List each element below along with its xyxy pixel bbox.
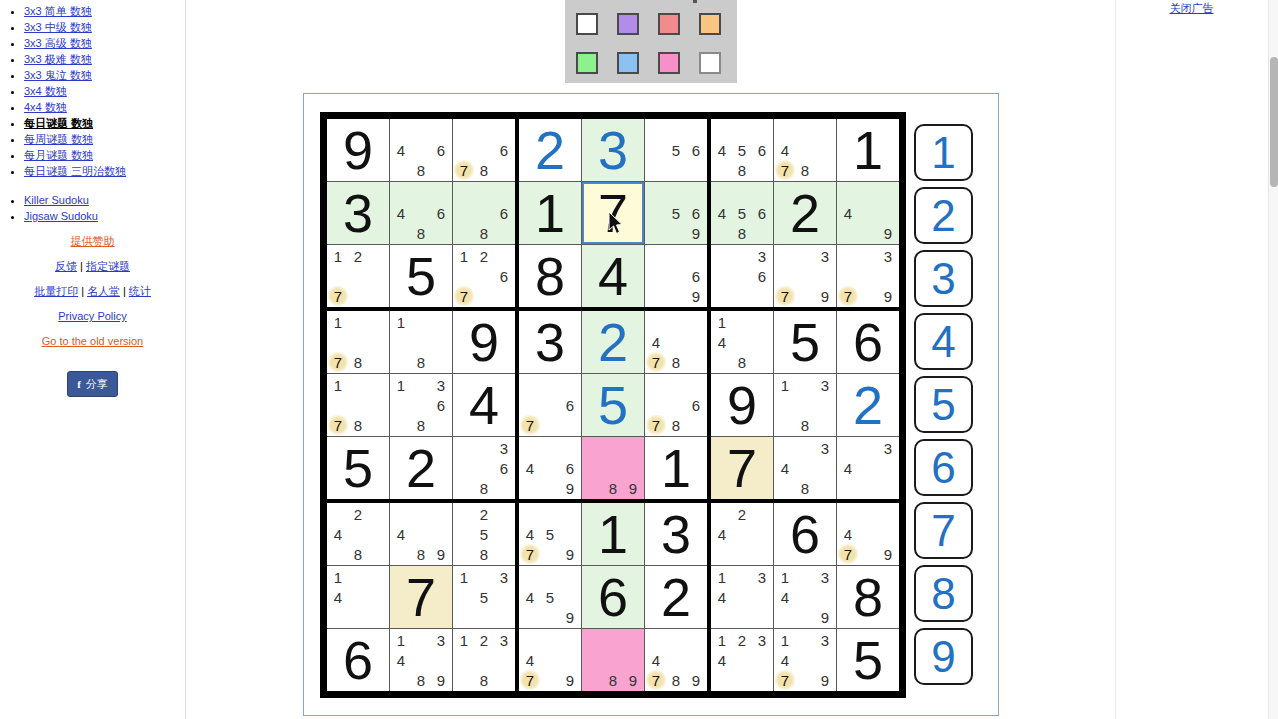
pencil-mark-9: 9 [431, 670, 451, 690]
pencil-mark-9: 9 [560, 607, 580, 627]
pencil-mark-4: 4 [838, 203, 858, 223]
cell-r1c7[interactable]: 4568 [711, 119, 773, 181]
separator: | [123, 285, 126, 297]
cell-r7c3[interactable]: 258 [453, 503, 515, 565]
digit-button-2[interactable]: 2 [914, 187, 973, 244]
pencil-mark-7: 7 [775, 160, 795, 180]
cell-value: 8 [853, 566, 883, 628]
pencil-mark-4: 4 [712, 650, 732, 670]
cell-r7c7[interactable]: 24 [711, 503, 773, 565]
batch-print-link[interactable]: 批量打印 [34, 285, 78, 297]
cell-r4c6[interactable]: 478 [645, 311, 707, 373]
pencil-mark-6: 6 [686, 266, 706, 286]
facebook-share-button[interactable]: f分享 [67, 371, 118, 397]
pencil-marks: 489 [391, 504, 451, 564]
sidebar-link-weekly[interactable]: 每周谜题 数独 [24, 133, 93, 145]
pencil-mark-1: 1 [454, 567, 474, 587]
cell-r5c4[interactable]: 67 [519, 374, 581, 436]
cell-r7c4[interactable]: 4579 [519, 503, 581, 565]
hall-of-fame-link[interactable]: 名人堂 [87, 285, 120, 297]
cell-r3c5[interactable]: 4 [582, 245, 644, 307]
cell-r2c4[interactable]: 1 [519, 182, 581, 244]
color-swatch-white[interactable] [576, 13, 598, 35]
pencil-mark-4: 4 [391, 650, 411, 670]
pencil-marks: 478 [775, 120, 835, 180]
sidebar-item: 4x4 数独 [24, 99, 185, 115]
pencil-mark-1: 1 [391, 312, 411, 332]
cell-r3c7[interactable]: 36 [711, 245, 773, 307]
pencil-mark-2: 2 [348, 504, 368, 524]
stats-link[interactable]: 统计 [129, 285, 151, 297]
sidebar-link-jigsaw[interactable]: Jigsaw Sudoku [24, 210, 98, 222]
pencil-mark-8: 8 [732, 223, 752, 243]
pencil-mark-1: 1 [328, 246, 348, 266]
cell-r4c1[interactable]: 178 [327, 311, 389, 373]
cell-value: 3 [598, 119, 628, 181]
digit-button-8[interactable]: 8 [914, 565, 973, 622]
cell-r1c1[interactable]: 9 [327, 119, 389, 181]
scrollbar-track[interactable] [1268, 0, 1278, 719]
separator: | [81, 285, 84, 297]
facebook-icon: f [77, 378, 81, 390]
cell-r2c7[interactable]: 4568 [711, 182, 773, 244]
pencil-mark-4: 4 [712, 140, 732, 160]
cell-r5c7[interactable]: 9 [711, 374, 773, 436]
cell-r9c6[interactable]: 4789 [645, 629, 707, 691]
box-6: 1485691382734834 [709, 309, 901, 501]
pencil-mark-4: 4 [646, 650, 666, 670]
pencil-mark-9: 9 [815, 670, 835, 690]
box-3: 45684781456824936379379 [709, 117, 901, 309]
color-palette [576, 13, 721, 74]
pencil-marks: 178 [328, 375, 388, 435]
cell-r3c2[interactable]: 5 [390, 245, 452, 307]
cell-value: 1 [535, 182, 565, 244]
pencil-mark-9: 9 [560, 544, 580, 564]
pencil-mark-3: 3 [815, 630, 835, 650]
cell-r1c5[interactable]: 3 [582, 119, 644, 181]
pencil-marks: 379 [838, 246, 898, 306]
pencil-mark-7: 7 [646, 670, 666, 690]
scrollbar-thumb[interactable] [1270, 57, 1278, 187]
cell-value: 6 [598, 566, 628, 628]
pencil-mark-8: 8 [411, 160, 431, 180]
pencil-mark-8: 8 [474, 544, 494, 564]
pencil-mark-9: 9 [560, 670, 580, 690]
cell-r2c3[interactable]: 68 [453, 182, 515, 244]
color-swatch-purple[interactable] [617, 13, 639, 35]
pencil-mark-7: 7 [838, 544, 858, 564]
cell-value: 3 [535, 311, 565, 373]
pencil-mark-8: 8 [666, 352, 686, 372]
cell-r4c9[interactable]: 6 [837, 311, 899, 373]
pencil-marks: 36 [712, 246, 772, 306]
cell-value: 2 [790, 182, 820, 244]
color-swatch-orange[interactable] [699, 13, 721, 35]
pencil-mark-4: 4 [391, 524, 411, 544]
pencil-marks: 14 [328, 567, 388, 627]
pencil-mark-9: 9 [878, 286, 898, 306]
pencil-mark-4: 4 [520, 458, 540, 478]
pencil-marks: 127 [328, 246, 388, 306]
cell-r9c8[interactable]: 13479 [774, 629, 836, 691]
sidebar-item: 3x4 数独 [24, 83, 185, 99]
digit-button-9[interactable]: 9 [914, 628, 973, 685]
sponsor-row: 提供赞助 [0, 233, 185, 249]
cell-value: 3 [661, 503, 691, 565]
cell-r5c8[interactable]: 138 [774, 374, 836, 436]
sponsor-link[interactable]: 提供赞助 [71, 235, 115, 247]
cell-r6c9[interactable]: 34 [837, 437, 899, 499]
color-swatch-red[interactable] [658, 13, 680, 35]
cell-r6c8[interactable]: 348 [774, 437, 836, 499]
pencil-mark-3: 3 [752, 630, 772, 650]
share-row: f分享 [0, 358, 185, 397]
sidebar-link-daily-sandwich[interactable]: 每日谜题 三明治数独 [24, 165, 126, 177]
pencil-mark-7: 7 [520, 670, 540, 690]
pencil-marks: 678 [454, 120, 514, 180]
pencil-mark-9: 9 [686, 223, 706, 243]
pencil-mark-8: 8 [603, 478, 623, 498]
box-2: 2356175698469 [517, 117, 709, 309]
cell-r6c5[interactable]: 89 [582, 437, 644, 499]
sidebar-link-3x4[interactable]: 3x4 数独 [24, 85, 67, 97]
cell-r8c2[interactable]: 7 [390, 566, 452, 628]
pencil-mark-3: 3 [815, 375, 835, 395]
pencil-marks: 348 [775, 438, 835, 498]
cell-r1c2[interactable]: 468 [390, 119, 452, 181]
pencil-mark-5: 5 [732, 140, 752, 160]
cell-r9c3[interactable]: 1238 [453, 629, 515, 691]
pencil-mark-2: 2 [474, 504, 494, 524]
sidebar-link-killer[interactable]: Killer Sudoku [24, 194, 89, 206]
pencil-mark-8: 8 [795, 478, 815, 498]
pencil-mark-8: 8 [411, 352, 431, 372]
pencil-mark-6: 6 [494, 140, 514, 160]
pencil-mark-6: 6 [431, 203, 451, 223]
digit-button-4[interactable]: 4 [914, 313, 973, 370]
sidebar-link-monthly[interactable]: 每月谜题 数独 [24, 149, 93, 161]
pencil-mark-1: 1 [328, 375, 348, 395]
pencil-mark-8: 8 [666, 415, 686, 435]
digit-button-6[interactable]: 6 [914, 439, 973, 496]
cell-r8c8[interactable]: 1349 [774, 566, 836, 628]
cell-r4c5[interactable]: 2 [582, 311, 644, 373]
cell-r8c7[interactable]: 134 [711, 566, 773, 628]
pencil-mark-4: 4 [646, 332, 666, 352]
box-5: 32478675678469891 [517, 309, 709, 501]
privacy-policy-link[interactable]: Privacy Policy [58, 310, 126, 322]
pencil-mark-2: 2 [474, 246, 494, 266]
sidebar-item: 3x3 高级 数独 [24, 35, 185, 51]
cell-r7c9[interactable]: 479 [837, 503, 899, 565]
pencil-marks: 69 [646, 246, 706, 306]
sidebar-item: Killer Sudoku [24, 192, 185, 208]
pencil-mark-6: 6 [494, 266, 514, 286]
cell-value: 9 [727, 374, 757, 436]
cell-r7c8[interactable]: 6 [774, 503, 836, 565]
digit-button-1[interactable]: 1 [914, 124, 973, 181]
pencil-marks: 1238 [454, 630, 514, 690]
cell-value: 4 [469, 374, 499, 436]
cell-r9c5[interactable]: 89 [582, 629, 644, 691]
pencil-mark-5: 5 [540, 587, 560, 607]
cell-r7c2[interactable]: 489 [390, 503, 452, 565]
color-swatch-green[interactable] [576, 52, 598, 74]
pencil-marks: 1349 [775, 567, 835, 627]
cell-r3c6[interactable]: 69 [645, 245, 707, 307]
cell-value: 5 [343, 437, 373, 499]
pencil-mark-8: 8 [474, 670, 494, 690]
cell-r1c9[interactable]: 1 [837, 119, 899, 181]
pencil-mark-9: 9 [815, 607, 835, 627]
pencil-mark-3: 3 [815, 567, 835, 587]
cell-r8c6[interactable]: 2 [645, 566, 707, 628]
close-ad-link[interactable]: 关闭广告 [1170, 2, 1214, 14]
pencil-mark-4: 4 [775, 140, 795, 160]
cell-r8c9[interactable]: 8 [837, 566, 899, 628]
pencil-mark-4: 4 [520, 524, 540, 544]
sudoku-board: 9468678346868127512672356175698469456847… [320, 112, 906, 698]
cell-r8c3[interactable]: 135 [453, 566, 515, 628]
cell-r5c1[interactable]: 178 [327, 374, 389, 436]
pencil-marks: 56 [646, 120, 706, 180]
digit-button-5[interactable]: 5 [914, 376, 973, 433]
digit-button-7[interactable]: 7 [914, 502, 973, 559]
cell-r2c6[interactable]: 569 [645, 182, 707, 244]
feedback-link[interactable]: 反馈 [55, 260, 77, 272]
privacy-row: Privacy Policy [0, 308, 185, 324]
cell-r2c1[interactable]: 3 [327, 182, 389, 244]
pencil-marks: 13479 [775, 630, 835, 690]
pencil-mark-3: 3 [494, 630, 514, 650]
pencil-mark-3: 3 [431, 630, 451, 650]
old-version-link[interactable]: Go to the old version [42, 335, 144, 347]
pencil-mark-4: 4 [712, 332, 732, 352]
pencil-mark-8: 8 [411, 670, 431, 690]
number-pad: 123456789 [914, 124, 973, 691]
pencil-marks: 4568 [712, 120, 772, 180]
page: 3x3 简单 数独 3x3 中级 数独 3x3 高级 数独 3x3 极难 数独 … [0, 0, 1278, 719]
pencil-mark-4: 4 [712, 524, 732, 544]
cell-value: 8 [535, 245, 565, 307]
pencil-mark-3: 3 [752, 567, 772, 587]
cell-r1c3[interactable]: 678 [453, 119, 515, 181]
pencil-mark-5: 5 [474, 587, 494, 607]
color-swatch-clear[interactable] [699, 52, 721, 74]
pencil-mark-4: 4 [328, 524, 348, 544]
pencil-marks: 148 [712, 312, 772, 372]
cell-r8c4[interactable]: 459 [519, 566, 581, 628]
pencil-marks: 4789 [646, 630, 706, 690]
pencil-mark-1: 1 [454, 630, 474, 650]
pencil-mark-5: 5 [474, 524, 494, 544]
pencil-mark-3: 3 [494, 567, 514, 587]
cell-r5c6[interactable]: 678 [645, 374, 707, 436]
cell-r5c2[interactable]: 1368 [390, 374, 452, 436]
cell-r2c8[interactable]: 2 [774, 182, 836, 244]
cell-r6c6[interactable]: 1 [645, 437, 707, 499]
pencil-mark-6: 6 [560, 395, 580, 415]
pencil-mark-2: 2 [732, 630, 752, 650]
pencil-marks: 67 [520, 375, 580, 435]
cell-r9c4[interactable]: 479 [519, 629, 581, 691]
pencil-mark-8: 8 [795, 415, 815, 435]
cell-r9c9[interactable]: 5 [837, 629, 899, 691]
cell-r6c1[interactable]: 5 [327, 437, 389, 499]
pencil-marks: 1368 [391, 375, 451, 435]
pencil-mark-3: 3 [878, 438, 898, 458]
cell-r1c6[interactable]: 56 [645, 119, 707, 181]
sidebar-link-4x4[interactable]: 4x4 数独 [24, 101, 67, 113]
box-4: 1781891781368452368 [325, 309, 517, 501]
cell-value: 2 [853, 374, 883, 436]
sidebar-link-3x3-extreme[interactable]: 3x3 极难 数独 [24, 53, 92, 65]
cell-r5c5[interactable]: 5 [582, 374, 644, 436]
pencil-mark-8: 8 [474, 478, 494, 498]
cell-r9c7[interactable]: 1234 [711, 629, 773, 691]
pencil-mark-4: 4 [328, 587, 348, 607]
cell-r6c4[interactable]: 469 [519, 437, 581, 499]
pencil-mark-7: 7 [775, 670, 795, 690]
cell-r4c4[interactable]: 3 [519, 311, 581, 373]
cropped-element [693, 0, 697, 3]
pencil-marks: 4579 [520, 504, 580, 564]
pencil-mark-2: 2 [348, 246, 368, 266]
pencil-mark-4: 4 [775, 458, 795, 478]
digit-button-3[interactable]: 3 [914, 250, 973, 307]
cell-r9c1[interactable]: 6 [327, 629, 389, 691]
pencil-mark-4: 4 [712, 203, 732, 223]
cell-r4c2[interactable]: 18 [390, 311, 452, 373]
cell-r8c1[interactable]: 14 [327, 566, 389, 628]
sidebar-item: 3x3 极难 数独 [24, 51, 185, 67]
pencil-marks: 468 [391, 183, 451, 243]
sidebar-item: 3x3 中级 数独 [24, 19, 185, 35]
sidebar-link-3x3-nightmare[interactable]: 3x3 鬼泣 数独 [24, 69, 92, 81]
sidebar-link-3x3-easy[interactable]: 3x3 简单 数独 [24, 5, 92, 17]
cell-r2c9[interactable]: 49 [837, 182, 899, 244]
pencil-mark-4: 4 [391, 203, 411, 223]
cell-r3c9[interactable]: 379 [837, 245, 899, 307]
cell-r2c2[interactable]: 468 [390, 182, 452, 244]
pencil-mark-4: 4 [520, 650, 540, 670]
cell-r6c3[interactable]: 368 [453, 437, 515, 499]
cell-value: 1 [853, 119, 883, 181]
pencil-mark-6: 6 [752, 203, 772, 223]
color-swatch-blue[interactable] [617, 52, 639, 74]
sidebar-link-3x3-medium[interactable]: 3x3 中级 数独 [24, 21, 92, 33]
pencil-mark-9: 9 [623, 670, 643, 690]
pencil-mark-8: 8 [348, 352, 368, 372]
right-divider [1115, 0, 1116, 719]
pencil-marks: 13489 [391, 630, 451, 690]
cell-r1c4[interactable]: 2 [519, 119, 581, 181]
pencil-marks: 138 [775, 375, 835, 435]
cell-r3c3[interactable]: 1267 [453, 245, 515, 307]
cell-value: 3 [343, 182, 373, 244]
pencil-mark-8: 8 [666, 670, 686, 690]
pencil-marks: 89 [583, 438, 643, 498]
sidebar-item: 3x3 鬼泣 数独 [24, 67, 185, 83]
pencil-marks: 1234 [712, 630, 772, 690]
cell-r3c8[interactable]: 379 [774, 245, 836, 307]
cell-r4c8[interactable]: 5 [774, 311, 836, 373]
tools-row: 批量打印|名人堂|统计 [0, 283, 185, 299]
pencil-mark-5: 5 [732, 203, 752, 223]
pencil-mark-7: 7 [775, 286, 795, 306]
cell-r5c9[interactable]: 2 [837, 374, 899, 436]
cell-r4c7[interactable]: 148 [711, 311, 773, 373]
cell-r2c5[interactable]: 7 [582, 182, 644, 244]
pencil-mark-1: 1 [391, 375, 411, 395]
custom-puzzle-link[interactable]: 指定谜题 [86, 260, 130, 272]
pencil-mark-8: 8 [603, 670, 623, 690]
cell-r7c5[interactable]: 1 [582, 503, 644, 565]
pencil-mark-7: 7 [520, 544, 540, 564]
pencil-marks: 478 [646, 312, 706, 372]
pencil-mark-6: 6 [752, 266, 772, 286]
cell-r3c4[interactable]: 8 [519, 245, 581, 307]
cell-r4c3[interactable]: 9 [453, 311, 515, 373]
pencil-mark-7: 7 [328, 415, 348, 435]
cell-r8c5[interactable]: 6 [582, 566, 644, 628]
box-9: 246479134134981234134795 [709, 501, 901, 693]
pencil-mark-3: 3 [494, 438, 514, 458]
pencil-mark-6: 6 [752, 140, 772, 160]
pencil-marks: 135 [454, 567, 514, 627]
pencil-mark-1: 1 [391, 630, 411, 650]
sidebar-link-3x3-hard[interactable]: 3x3 高级 数独 [24, 37, 92, 49]
cell-r6c2[interactable]: 2 [390, 437, 452, 499]
color-swatch-pink[interactable] [658, 52, 680, 74]
cell-r5c3[interactable]: 4 [453, 374, 515, 436]
pencil-mark-6: 6 [494, 203, 514, 223]
pencil-mark-9: 9 [878, 223, 898, 243]
pencil-mark-8: 8 [732, 160, 752, 180]
pencil-marks: 248 [328, 504, 388, 564]
cell-value: 6 [853, 311, 883, 373]
pencil-mark-2: 2 [474, 630, 494, 650]
pencil-mark-7: 7 [646, 352, 666, 372]
sidebar-link-daily[interactable]: 每日谜题 数独 [24, 117, 93, 129]
cell-value: 2 [661, 566, 691, 628]
pencil-mark-7: 7 [646, 415, 666, 435]
pencil-mark-7: 7 [838, 286, 858, 306]
pencil-mark-8: 8 [411, 415, 431, 435]
pencil-mark-8: 8 [348, 544, 368, 564]
pencil-marks: 89 [583, 630, 643, 690]
sidebar-item: 每月谜题 数独 [24, 147, 185, 163]
cell-r6c7[interactable]: 7 [711, 437, 773, 499]
cell-r3c1[interactable]: 127 [327, 245, 389, 307]
pencil-mark-4: 4 [520, 587, 540, 607]
pencil-mark-7: 7 [520, 415, 540, 435]
pencil-mark-4: 4 [838, 458, 858, 478]
cell-r7c1[interactable]: 248 [327, 503, 389, 565]
pencil-mark-8: 8 [732, 352, 752, 372]
pencil-marks: 49 [838, 183, 898, 243]
pencil-marks: 178 [328, 312, 388, 372]
cell-r1c8[interactable]: 478 [774, 119, 836, 181]
cell-r9c2[interactable]: 13489 [390, 629, 452, 691]
cell-r7c6[interactable]: 3 [645, 503, 707, 565]
pencil-mark-4: 4 [838, 524, 858, 544]
cell-value: 7 [406, 566, 436, 628]
pencil-mark-9: 9 [878, 544, 898, 564]
old-version-row: Go to the old version [0, 333, 185, 349]
pencil-marks: 469 [520, 438, 580, 498]
